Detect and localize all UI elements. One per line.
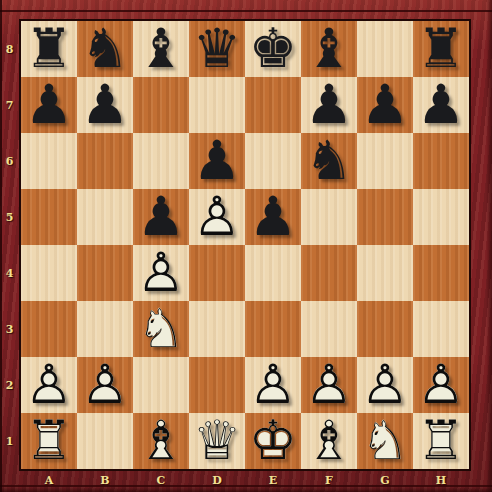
rank-label-5: 5 <box>6 211 14 224</box>
square-h3[interactable] <box>413 301 469 357</box>
square-g1[interactable]: ♞♘ <box>357 413 413 469</box>
piece-black-pawn[interactable]: ♟ <box>21 77 77 133</box>
black-pawn-icon: ♟ <box>245 189 301 245</box>
white-pawn-outline-icon: ♙ <box>245 357 301 413</box>
white-bishop-outline-icon: ♗ <box>133 413 189 469</box>
piece-white-queen[interactable]: ♛♕ <box>189 413 245 469</box>
piece-black-knight[interactable]: ♞ <box>301 133 357 189</box>
square-g2[interactable]: ♟♙ <box>357 357 413 413</box>
square-f1[interactable]: ♝♗ <box>301 413 357 469</box>
black-pawn-icon: ♟ <box>357 77 413 133</box>
white-pawn-outline-icon: ♙ <box>189 189 245 245</box>
square-f3[interactable] <box>301 301 357 357</box>
piece-black-pawn[interactable]: ♟ <box>77 77 133 133</box>
square-d4[interactable] <box>189 245 245 301</box>
black-knight-icon: ♞ <box>77 21 133 77</box>
black-pawn-icon: ♟ <box>21 77 77 133</box>
piece-white-knight[interactable]: ♞♘ <box>133 301 189 357</box>
square-f4[interactable] <box>301 245 357 301</box>
black-pawn-icon: ♟ <box>413 77 469 133</box>
black-rook-icon: ♜ <box>21 21 77 77</box>
chessboard-app: 87654321 ♜♞♝♛♚♝♜♟♟♟♟♟♟♞♟♟♙♟♟♙♞♘♟♙♟♙♟♙♟♙♟… <box>0 0 492 492</box>
file-label-g: G <box>380 474 389 487</box>
square-h8[interactable]: ♜ <box>413 21 469 77</box>
square-b5[interactable] <box>77 189 133 245</box>
square-h6[interactable] <box>413 133 469 189</box>
square-b7[interactable]: ♟ <box>77 77 133 133</box>
piece-white-rook[interactable]: ♜♖ <box>413 413 469 469</box>
piece-black-bishop[interactable]: ♝ <box>133 21 189 77</box>
black-pawn-icon: ♟ <box>301 77 357 133</box>
square-c1[interactable]: ♝♗ <box>133 413 189 469</box>
square-a1[interactable]: ♜♖ <box>21 413 77 469</box>
file-label-c: C <box>157 474 166 487</box>
square-c3[interactable]: ♞♘ <box>133 301 189 357</box>
rank-labels: 87654321 <box>0 21 19 469</box>
piece-black-pawn[interactable]: ♟ <box>189 133 245 189</box>
piece-white-king[interactable]: ♚♔ <box>245 413 301 469</box>
file-labels: ABCDEFGH <box>21 469 469 492</box>
square-c7[interactable] <box>133 77 189 133</box>
square-f8[interactable]: ♝ <box>301 21 357 77</box>
file-label-b: B <box>100 474 109 487</box>
square-g6[interactable] <box>357 133 413 189</box>
frame-edge-right <box>486 0 492 492</box>
square-e7[interactable] <box>245 77 301 133</box>
square-b6[interactable] <box>77 133 133 189</box>
square-b1[interactable] <box>77 413 133 469</box>
square-d5[interactable]: ♟♙ <box>189 189 245 245</box>
file-label-a: A <box>45 474 54 487</box>
piece-white-knight[interactable]: ♞♘ <box>357 413 413 469</box>
rank-label-3: 3 <box>6 323 14 336</box>
square-c6[interactable] <box>133 133 189 189</box>
square-h5[interactable] <box>413 189 469 245</box>
white-queen-outline-icon: ♕ <box>189 413 245 469</box>
rank-label-6: 6 <box>6 155 14 168</box>
piece-white-pawn[interactable]: ♟♙ <box>21 357 77 413</box>
file-label-e: E <box>269 474 277 487</box>
rank-label-7: 7 <box>6 99 14 112</box>
file-label-f: F <box>325 474 333 487</box>
white-rook-outline-icon: ♖ <box>413 413 469 469</box>
white-pawn-outline-icon: ♙ <box>357 357 413 413</box>
square-e2[interactable]: ♟♙ <box>245 357 301 413</box>
square-d3[interactable] <box>189 301 245 357</box>
white-pawn-outline-icon: ♙ <box>77 357 133 413</box>
black-king-icon: ♚ <box>245 21 301 77</box>
piece-white-pawn[interactable]: ♟♙ <box>357 357 413 413</box>
square-d6[interactable]: ♟ <box>189 133 245 189</box>
piece-black-pawn[interactable]: ♟ <box>413 77 469 133</box>
white-rook-outline-icon: ♖ <box>21 413 77 469</box>
white-king-outline-icon: ♔ <box>245 413 301 469</box>
piece-white-bishop[interactable]: ♝♗ <box>133 413 189 469</box>
black-pawn-icon: ♟ <box>189 133 245 189</box>
square-a3[interactable] <box>21 301 77 357</box>
square-f2[interactable]: ♟♙ <box>301 357 357 413</box>
piece-black-king[interactable]: ♚ <box>245 21 301 77</box>
rank-label-2: 2 <box>6 379 14 392</box>
square-b2[interactable]: ♟♙ <box>77 357 133 413</box>
square-e3[interactable] <box>245 301 301 357</box>
piece-black-pawn[interactable]: ♟ <box>301 77 357 133</box>
square-h2[interactable]: ♟♙ <box>413 357 469 413</box>
piece-white-pawn[interactable]: ♟♙ <box>245 357 301 413</box>
white-knight-outline-icon: ♘ <box>357 413 413 469</box>
square-f7[interactable]: ♟ <box>301 77 357 133</box>
square-b4[interactable] <box>77 245 133 301</box>
square-f6[interactable]: ♞ <box>301 133 357 189</box>
square-a6[interactable] <box>21 133 77 189</box>
square-a2[interactable]: ♟♙ <box>21 357 77 413</box>
piece-white-pawn[interactable]: ♟♙ <box>413 357 469 413</box>
piece-white-pawn[interactable]: ♟♙ <box>189 189 245 245</box>
black-queen-icon: ♛ <box>189 21 245 77</box>
square-d7[interactable] <box>189 77 245 133</box>
square-e4[interactable] <box>245 245 301 301</box>
square-e1[interactable]: ♚♔ <box>245 413 301 469</box>
square-a5[interactable] <box>21 189 77 245</box>
piece-black-bishop[interactable]: ♝ <box>301 21 357 77</box>
rank-label-8: 8 <box>6 43 14 56</box>
square-d1[interactable]: ♛♕ <box>189 413 245 469</box>
square-b8[interactable]: ♞ <box>77 21 133 77</box>
black-knight-icon: ♞ <box>301 133 357 189</box>
square-e8[interactable]: ♚ <box>245 21 301 77</box>
square-h4[interactable] <box>413 245 469 301</box>
rank-label-1: 1 <box>6 435 14 448</box>
white-knight-outline-icon: ♘ <box>133 301 189 357</box>
square-d2[interactable] <box>189 357 245 413</box>
square-g4[interactable] <box>357 245 413 301</box>
piece-black-pawn[interactable]: ♟ <box>133 189 189 245</box>
black-rook-icon: ♜ <box>413 21 469 77</box>
square-g7[interactable]: ♟ <box>357 77 413 133</box>
piece-white-pawn[interactable]: ♟♙ <box>77 357 133 413</box>
piece-black-pawn[interactable]: ♟ <box>245 189 301 245</box>
square-e5[interactable]: ♟ <box>245 189 301 245</box>
piece-white-bishop[interactable]: ♝♗ <box>301 413 357 469</box>
white-pawn-outline-icon: ♙ <box>133 245 189 301</box>
square-h1[interactable]: ♜♖ <box>413 413 469 469</box>
square-c8[interactable]: ♝ <box>133 21 189 77</box>
piece-black-pawn[interactable]: ♟ <box>357 77 413 133</box>
piece-black-rook[interactable]: ♜ <box>21 21 77 77</box>
square-c5[interactable]: ♟ <box>133 189 189 245</box>
black-pawn-icon: ♟ <box>77 77 133 133</box>
white-pawn-outline-icon: ♙ <box>413 357 469 413</box>
square-g3[interactable] <box>357 301 413 357</box>
square-a7[interactable]: ♟ <box>21 77 77 133</box>
chess-board: ♜♞♝♛♚♝♜♟♟♟♟♟♟♞♟♟♙♟♟♙♞♘♟♙♟♙♟♙♟♙♟♙♟♙♜♖♝♗♛♕… <box>19 19 471 471</box>
frame-groove-top <box>0 10 492 12</box>
piece-white-rook[interactable]: ♜♖ <box>21 413 77 469</box>
white-bishop-outline-icon: ♗ <box>301 413 357 469</box>
white-pawn-outline-icon: ♙ <box>301 357 357 413</box>
black-pawn-icon: ♟ <box>133 189 189 245</box>
black-bishop-icon: ♝ <box>301 21 357 77</box>
file-label-h: H <box>436 474 446 487</box>
square-g5[interactable] <box>357 189 413 245</box>
square-c4[interactable]: ♟♙ <box>133 245 189 301</box>
piece-black-knight[interactable]: ♞ <box>77 21 133 77</box>
square-e6[interactable] <box>245 133 301 189</box>
piece-black-queen[interactable]: ♛ <box>189 21 245 77</box>
square-f5[interactable] <box>301 189 357 245</box>
piece-black-rook[interactable]: ♜ <box>413 21 469 77</box>
white-pawn-outline-icon: ♙ <box>21 357 77 413</box>
rank-label-4: 4 <box>6 267 14 280</box>
square-c2[interactable] <box>133 357 189 413</box>
square-d8[interactable]: ♛ <box>189 21 245 77</box>
piece-white-pawn[interactable]: ♟♙ <box>301 357 357 413</box>
square-b3[interactable] <box>77 301 133 357</box>
square-h7[interactable]: ♟ <box>413 77 469 133</box>
square-g8[interactable] <box>357 21 413 77</box>
square-a8[interactable]: ♜ <box>21 21 77 77</box>
black-bishop-icon: ♝ <box>133 21 189 77</box>
piece-white-pawn[interactable]: ♟♙ <box>133 245 189 301</box>
file-label-d: D <box>212 474 222 487</box>
square-a4[interactable] <box>21 245 77 301</box>
